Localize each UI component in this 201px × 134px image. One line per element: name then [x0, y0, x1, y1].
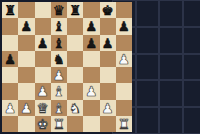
- square-b7[interactable]: ♟: [18, 18, 34, 34]
- square-d5[interactable]: ♞: [51, 51, 67, 67]
- piece-white-knight[interactable]: ♞: [67, 100, 83, 116]
- piece-white-pawn[interactable]: ♟: [18, 100, 34, 116]
- square-f3[interactable]: ♟: [83, 83, 99, 99]
- square-c1[interactable]: ♚: [35, 116, 51, 132]
- square-f7[interactable]: ♟: [83, 18, 99, 34]
- square-d1[interactable]: ♜: [51, 116, 67, 132]
- square-b4[interactable]: [18, 67, 34, 83]
- panel-tile: [136, 80, 160, 107]
- square-d2[interactable]: ♝: [51, 100, 67, 116]
- piece-black-pawn[interactable]: ♟: [18, 18, 34, 34]
- panel-tile: [136, 54, 160, 81]
- piece-black-pawn[interactable]: ♟: [83, 18, 99, 34]
- panel-tile: [136, 107, 160, 134]
- piece-black-pawn[interactable]: ♟: [35, 35, 51, 51]
- square-b6[interactable]: [18, 35, 34, 51]
- square-e6[interactable]: [67, 35, 83, 51]
- square-g4[interactable]: [100, 67, 116, 83]
- panel-tile: [183, 27, 201, 54]
- panel-tile: [159, 0, 183, 27]
- square-c6[interactable]: ♟: [35, 35, 51, 51]
- piece-white-bishop[interactable]: ♝: [51, 100, 67, 116]
- square-c3[interactable]: ♟: [35, 83, 51, 99]
- square-h4[interactable]: [116, 67, 132, 83]
- square-h6[interactable]: [116, 35, 132, 51]
- square-c8[interactable]: [35, 2, 51, 18]
- square-f1[interactable]: [83, 116, 99, 132]
- piece-white-pawn[interactable]: ♟: [35, 83, 51, 99]
- square-d6[interactable]: ♝: [51, 35, 67, 51]
- square-e3[interactable]: [67, 83, 83, 99]
- panel-tile: [183, 80, 201, 107]
- panel-tile: [183, 54, 201, 81]
- square-a8[interactable]: ♜: [2, 2, 18, 18]
- piece-black-queen[interactable]: ♛: [51, 2, 67, 18]
- square-h1[interactable]: ♜: [116, 116, 132, 132]
- square-a2[interactable]: ♟: [2, 100, 18, 116]
- square-a5[interactable]: ♟: [2, 51, 18, 67]
- square-b5[interactable]: [18, 51, 34, 67]
- panel-tile: [136, 27, 160, 54]
- piece-black-bishop[interactable]: ♝: [51, 18, 67, 34]
- piece-white-pawn[interactable]: ♟: [116, 51, 132, 67]
- square-d3[interactable]: ♝: [51, 83, 67, 99]
- piece-white-rook[interactable]: ♜: [51, 116, 67, 132]
- square-b3[interactable]: [18, 83, 34, 99]
- panel-tile: [136, 0, 160, 27]
- square-a3[interactable]: [2, 83, 18, 99]
- piece-white-pawn[interactable]: ♟: [2, 100, 18, 116]
- square-b8[interactable]: [18, 2, 34, 18]
- piece-white-pawn[interactable]: ♟: [51, 67, 67, 83]
- square-b2[interactable]: ♟: [18, 100, 34, 116]
- square-f4[interactable]: [83, 67, 99, 83]
- square-g3[interactable]: [100, 83, 116, 99]
- square-g7[interactable]: [100, 18, 116, 34]
- piece-white-rook[interactable]: ♜: [116, 116, 132, 132]
- square-e8[interactable]: ♜: [67, 2, 83, 18]
- piece-black-king[interactable]: ♚: [100, 2, 116, 18]
- square-g1[interactable]: [100, 116, 116, 132]
- piece-white-king[interactable]: ♚: [35, 116, 51, 132]
- piece-black-pawn[interactable]: ♟: [116, 18, 132, 34]
- piece-white-pawn[interactable]: ♟: [83, 83, 99, 99]
- square-a6[interactable]: [2, 35, 18, 51]
- piece-black-pawn[interactable]: ♟: [100, 35, 116, 51]
- square-h8[interactable]: [116, 2, 132, 18]
- square-f6[interactable]: ♟: [83, 35, 99, 51]
- chess-board[interactable]: ♜♛♜♚♟♝♟♟♟♝♟♟♟♞♟♟♟♝♟♟♟♛♝♞♟♚♜♜: [2, 2, 132, 132]
- panel-tile: [183, 0, 201, 27]
- square-h3[interactable]: [116, 83, 132, 99]
- piece-black-pawn[interactable]: ♟: [83, 35, 99, 51]
- square-e5[interactable]: [67, 51, 83, 67]
- square-c4[interactable]: [35, 67, 51, 83]
- square-h5[interactable]: ♟: [116, 51, 132, 67]
- piece-black-pawn[interactable]: ♟: [2, 51, 18, 67]
- square-c7[interactable]: [35, 18, 51, 34]
- piece-white-queen[interactable]: ♛: [35, 100, 51, 116]
- panel-tile: [183, 107, 201, 134]
- square-g5[interactable]: [100, 51, 116, 67]
- square-c5[interactable]: [35, 51, 51, 67]
- piece-black-bishop[interactable]: ♝: [51, 35, 67, 51]
- square-d7[interactable]: ♝: [51, 18, 67, 34]
- square-f2[interactable]: [83, 100, 99, 116]
- square-a4[interactable]: [2, 67, 18, 83]
- square-c2[interactable]: ♛: [35, 100, 51, 116]
- panel-tile: [159, 54, 183, 81]
- square-e7[interactable]: [67, 18, 83, 34]
- app-window: ♜♛♜♚♟♝♟♟♟♝♟♟♟♞♟♟♟♝♟♟♟♛♝♞♟♚♜♜: [0, 0, 200, 134]
- piece-black-knight[interactable]: ♞: [51, 51, 67, 67]
- square-b1[interactable]: [18, 116, 34, 132]
- square-f5[interactable]: [83, 51, 99, 67]
- square-d4[interactable]: ♟: [51, 67, 67, 83]
- square-g2[interactable]: ♟: [100, 100, 116, 116]
- square-a7[interactable]: [2, 18, 18, 34]
- piece-white-pawn[interactable]: ♟: [100, 100, 116, 116]
- piece-black-rook[interactable]: ♜: [2, 2, 18, 18]
- panel-tile: [159, 27, 183, 54]
- square-h2[interactable]: [116, 100, 132, 116]
- panel-tile: [159, 80, 183, 107]
- square-f8[interactable]: [83, 2, 99, 18]
- piece-black-rook[interactable]: ♜: [67, 2, 83, 18]
- piece-white-bishop[interactable]: ♝: [51, 83, 67, 99]
- square-e2[interactable]: ♞: [67, 100, 83, 116]
- square-g8[interactable]: ♚: [100, 2, 116, 18]
- square-e4[interactable]: [67, 67, 83, 83]
- square-h7[interactable]: ♟: [116, 18, 132, 34]
- square-e1[interactable]: [67, 116, 83, 132]
- square-d8[interactable]: ♛: [51, 2, 67, 18]
- square-a1[interactable]: [2, 116, 18, 132]
- square-g6[interactable]: ♟: [100, 35, 116, 51]
- panel-tile: [159, 107, 183, 134]
